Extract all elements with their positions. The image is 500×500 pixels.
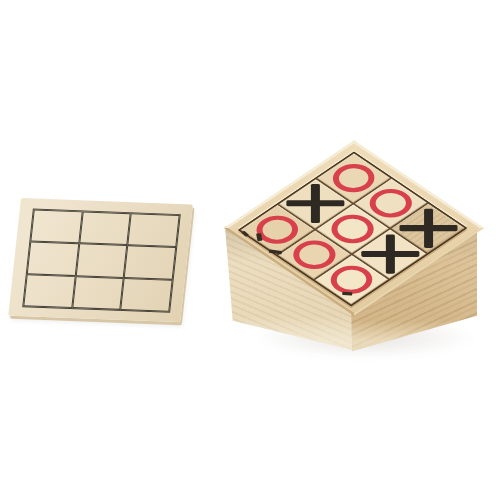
lid-cell (30, 209, 82, 243)
cube-side-mark (269, 249, 283, 254)
scene (0, 0, 500, 500)
lid-cell (72, 276, 124, 310)
lid-cell (79, 211, 131, 245)
lid-cell (27, 242, 79, 276)
lid-cell (75, 244, 127, 278)
lid-cell (23, 274, 75, 308)
lid-cell (124, 245, 176, 279)
lid-cell (128, 213, 180, 247)
lid-cell (121, 278, 173, 312)
cube-side-mark (342, 292, 352, 296)
lid-board (8, 198, 193, 322)
lid-grid (22, 208, 181, 312)
